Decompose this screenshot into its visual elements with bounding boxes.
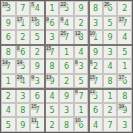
cell-r6c9[interactable]: 176: [117, 74, 132, 89]
cell-value: 9: [35, 63, 40, 71]
cage-sum-label: 29: [17, 75, 23, 81]
cell-value: 3: [93, 20, 98, 28]
cell-value: 2: [122, 5, 127, 13]
cell-value: 4: [64, 20, 69, 28]
cage-sum-label: 10: [75, 118, 81, 124]
cell-value: 6: [6, 34, 11, 42]
cell-r5c7[interactable]: 62: [88, 59, 103, 74]
cell-r4c4[interactable]: 157: [45, 45, 60, 60]
box-divider-horizontal: [1, 44, 132, 46]
cell-value: 1: [79, 107, 84, 115]
cell-r9c2[interactable]: 9: [16, 117, 31, 132]
cell-value: 5: [49, 107, 54, 115]
cell-value: 3: [64, 107, 69, 115]
cell-value: 9: [64, 93, 69, 101]
cell-r8c8[interactable]: 2: [103, 103, 118, 118]
cell-r3c8[interactable]: 9: [103, 30, 118, 45]
cell-r8c3[interactable]: 157: [30, 103, 45, 118]
cell-r2c6[interactable]: 2: [74, 16, 89, 31]
cell-r3c5[interactable]: 257: [59, 30, 74, 45]
cell-value: 9: [108, 34, 113, 42]
cell-r9c1[interactable]: 5: [1, 117, 16, 132]
killer-sudoku-board: 1937541225982562917113896942351776253257…: [0, 0, 133, 133]
cell-r7c6[interactable]: 87: [74, 88, 89, 103]
cage-sum-label: 15: [46, 46, 52, 52]
cell-r1c9[interactable]: 2: [117, 1, 132, 16]
cell-r1c5[interactable]: 225: [59, 1, 74, 16]
cell-value: 1: [64, 49, 69, 57]
cell-r2c5[interactable]: 94: [59, 16, 74, 31]
cell-r8c1[interactable]: 4: [1, 103, 16, 118]
cell-value: 6: [49, 20, 54, 28]
cell-r3c9[interactable]: 4: [117, 30, 132, 45]
cell-r6c8[interactable]: 8: [103, 74, 118, 89]
cell-r5c9[interactable]: 1: [117, 59, 132, 74]
cell-r7c9[interactable]: 8: [117, 88, 132, 103]
cell-value: 9: [79, 5, 84, 13]
cell-r8c4[interactable]: 5: [45, 103, 60, 118]
cage-sum-label: 9: [31, 75, 35, 81]
cell-value: 7: [108, 122, 113, 130]
cage-sum-label: 17: [118, 75, 124, 81]
cage-sum-label: 9: [46, 17, 50, 23]
cell-r6c4[interactable]: 139: [45, 74, 60, 89]
cell-r3c6[interactable]: 128: [74, 30, 89, 45]
cell-value: 8: [122, 93, 127, 101]
cell-r9c7[interactable]: 4: [88, 117, 103, 132]
cell-r2c9[interactable]: 177: [117, 16, 132, 31]
cell-value: 8: [108, 78, 113, 86]
cell-r1c3[interactable]: 54: [30, 1, 45, 16]
cell-value: 5: [79, 78, 84, 86]
cage-sum-label: 12: [75, 31, 81, 37]
cage-sum-label: 8: [75, 89, 79, 95]
cell-r9c5[interactable]: 8: [59, 117, 74, 132]
cell-r3c2[interactable]: 2: [16, 30, 31, 45]
cell-value: 7: [20, 5, 25, 13]
cell-r4c1[interactable]: 8: [1, 45, 16, 60]
cell-r6c2[interactable]: 294: [16, 74, 31, 89]
cell-value: 8: [49, 63, 54, 71]
cell-value: 2: [49, 122, 54, 130]
cell-r1c6[interactable]: 9: [74, 1, 89, 16]
cell-value: 5: [35, 34, 40, 42]
cell-r9c9[interactable]: 3: [117, 117, 132, 132]
cell-value: 6: [20, 49, 25, 57]
cell-r6c1[interactable]: 1: [1, 74, 16, 89]
cage-sum-label: 19: [118, 104, 124, 110]
cell-value: 4: [35, 5, 40, 13]
cell-r5c1[interactable]: 147: [1, 59, 16, 74]
cell-r4c6[interactable]: 4: [74, 45, 89, 60]
cell-value: 3: [108, 49, 113, 57]
cell-value: 1: [6, 78, 11, 86]
cell-value: 1: [108, 93, 113, 101]
cage-sum-label: 8: [17, 46, 21, 52]
cell-r5c5[interactable]: 6: [59, 59, 74, 74]
cell-r4c5[interactable]: 1: [59, 45, 74, 60]
cell-r4c3[interactable]: 2: [30, 45, 45, 60]
cell-r2c1[interactable]: 9: [1, 16, 16, 31]
cell-r3c1[interactable]: 6: [1, 30, 16, 45]
cell-r8c9[interactable]: 199: [117, 103, 132, 118]
cell-value: 2: [79, 20, 84, 28]
cell-r3c4[interactable]: 3: [45, 30, 60, 45]
cell-r1c4[interactable]: 1: [45, 1, 60, 16]
cell-value: 7: [79, 93, 84, 101]
cell-r1c1[interactable]: 193: [1, 1, 16, 16]
cell-r7c1[interactable]: 2: [1, 88, 16, 103]
cell-r7c5[interactable]: 9: [59, 88, 74, 103]
cell-value: 6: [64, 63, 69, 71]
cell-r1c8[interactable]: 256: [103, 1, 118, 16]
cell-value: 5: [122, 49, 127, 57]
cell-value: 2: [35, 49, 40, 57]
cell-value: 4: [93, 122, 98, 130]
cell-r5c2[interactable]: 145: [16, 59, 31, 74]
cell-value: 4: [108, 63, 113, 71]
cell-r8c2[interactable]: 8: [16, 103, 31, 118]
cell-r1c2[interactable]: 7: [16, 1, 31, 16]
cage-sum-label: 17: [17, 17, 23, 23]
cell-value: 8: [93, 5, 98, 13]
cell-r4c7[interactable]: 9: [88, 45, 103, 60]
cell-r8c5[interactable]: 3: [59, 103, 74, 118]
cage-sum-label: 15: [89, 75, 95, 81]
cell-value: 3: [20, 93, 25, 101]
cell-r8c6[interactable]: 1: [74, 103, 89, 118]
cell-r3c3[interactable]: 5: [30, 30, 45, 45]
cell-value: 2: [93, 63, 98, 71]
box-divider-horizontal: [1, 88, 132, 90]
cell-value: 1: [122, 63, 127, 71]
cell-r5c6[interactable]: 83: [74, 59, 89, 74]
cell-value: 9: [6, 20, 11, 28]
cell-value: 2: [108, 107, 113, 115]
cell-r8c7[interactable]: 6: [88, 103, 103, 118]
box-divider-vertical: [88, 1, 90, 132]
cell-value: 4: [79, 49, 84, 57]
cage-sum-label: 14: [17, 60, 23, 66]
cell-value: 1: [49, 5, 54, 13]
cell-value: 5: [108, 20, 113, 28]
cage-sum-label: 22: [60, 2, 66, 8]
cell-r2c7[interactable]: 3: [88, 16, 103, 31]
cell-value: 3: [49, 34, 54, 42]
cell-value: 3: [35, 78, 40, 86]
cell-r3c7[interactable]: 101: [88, 30, 103, 45]
cage-sum-label: 11: [89, 89, 95, 95]
cell-r5c8[interactable]: 4: [103, 59, 118, 74]
cell-value: 3: [122, 122, 127, 130]
cell-r9c3[interactable]: 111: [30, 117, 45, 132]
cage-sum-label: 25: [104, 2, 110, 8]
cell-r7c8[interactable]: 1: [103, 88, 118, 103]
cell-value: 8: [6, 49, 11, 57]
cell-r9c4[interactable]: 2: [45, 117, 60, 132]
cell-value: 3: [79, 63, 84, 71]
cell-r9c8[interactable]: 7: [103, 117, 118, 132]
cell-value: 4: [49, 93, 54, 101]
cage-sum-label: 11: [31, 118, 37, 124]
cell-value: 5: [6, 122, 11, 130]
cell-r5c4[interactable]: 8: [45, 59, 60, 74]
cell-r6c6[interactable]: 5: [74, 74, 89, 89]
cell-r4c2[interactable]: 86: [16, 45, 31, 60]
cage-sum-label: 25: [60, 31, 66, 37]
cell-r6c7[interactable]: 157: [88, 74, 103, 89]
cage-sum-label: 8: [75, 60, 79, 66]
cage-sum-label: 15: [31, 104, 37, 110]
cell-value: 4: [122, 34, 127, 42]
cell-value: 6: [93, 107, 98, 115]
cell-r4c9[interactable]: 5: [117, 45, 132, 60]
cell-value: 2: [64, 78, 69, 86]
cell-value: 8: [64, 122, 69, 130]
cell-r4c8[interactable]: 3: [103, 45, 118, 60]
cell-r2c2[interactable]: 171: [16, 16, 31, 31]
cell-value: 2: [6, 93, 11, 101]
cell-value: 2: [20, 34, 25, 42]
cell-value: 8: [20, 107, 25, 115]
cage-sum-label: 10: [89, 31, 95, 37]
box-divider-vertical: [44, 1, 46, 132]
cell-r9c6[interactable]: 106: [74, 117, 89, 132]
cell-r7c4[interactable]: 4: [45, 88, 60, 103]
cell-r7c7[interactable]: 115: [88, 88, 103, 103]
cage-sum-label: 13: [46, 75, 52, 81]
cage-sum-label: 17: [118, 17, 124, 23]
cell-r2c3[interactable]: 138: [30, 16, 45, 31]
cage-sum-label: 9: [60, 17, 64, 23]
cage-sum-label: 19: [2, 2, 8, 8]
cell-r7c3[interactable]: 6: [30, 88, 45, 103]
cell-r7c2[interactable]: 3: [16, 88, 31, 103]
cell-r2c4[interactable]: 96: [45, 16, 60, 31]
cell-r6c3[interactable]: 93: [30, 74, 45, 89]
cell-r2c8[interactable]: 5: [103, 16, 118, 31]
cell-r5c3[interactable]: 9: [30, 59, 45, 74]
cage-sum-label: 13: [31, 17, 37, 23]
cell-value: 9: [20, 122, 25, 130]
cell-r6c5[interactable]: 2: [59, 74, 74, 89]
cell-value: 9: [93, 49, 98, 57]
cage-sum-label: 14: [2, 60, 8, 66]
cell-value: 4: [6, 107, 11, 115]
cell-r1c7[interactable]: 8: [88, 1, 103, 16]
cell-value: 6: [35, 93, 40, 101]
cage-sum-label: 5: [31, 2, 35, 8]
